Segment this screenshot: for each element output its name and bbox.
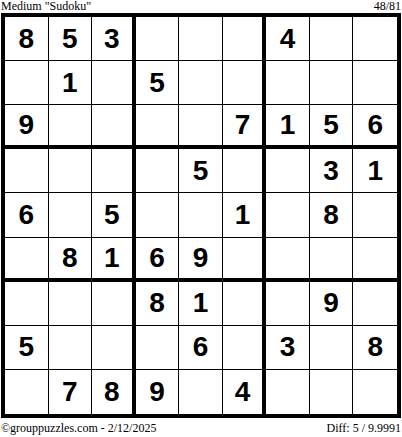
cell-r1c7: 4: [266, 17, 310, 61]
cell-r8c8[interactable]: [310, 326, 354, 370]
cell-r3c2[interactable]: [49, 105, 93, 149]
cell-r7c8: 9: [310, 282, 354, 326]
cell-r6c8[interactable]: [310, 238, 354, 282]
cell-r1c8[interactable]: [310, 17, 354, 61]
cell-r9c4: 9: [136, 370, 180, 414]
cell-r5c1: 6: [5, 193, 49, 237]
cell-r8c5: 6: [179, 326, 223, 370]
cell-r4c7[interactable]: [266, 149, 310, 193]
empty-cell-counter: 48/81: [374, 0, 401, 12]
cell-r2c2: 1: [49, 61, 93, 105]
difficulty-rating: Diff: 5 / 9.9991: [327, 420, 401, 436]
cell-r4c2[interactable]: [49, 149, 93, 193]
cell-r9c6: 4: [223, 370, 267, 414]
footer: ©grouppuzzles.com - 2/12/2025 Diff: 5 / …: [0, 418, 402, 437]
cell-r9c8[interactable]: [310, 370, 354, 414]
cell-r1c9[interactable]: [353, 17, 397, 61]
cell-r2c6[interactable]: [223, 61, 267, 105]
cell-r6c4: 6: [136, 238, 180, 282]
cell-r9c2: 7: [49, 370, 93, 414]
cell-r4c1[interactable]: [5, 149, 49, 193]
cell-r7c5: 1: [179, 282, 223, 326]
cell-r1c5[interactable]: [179, 17, 223, 61]
cell-r9c9[interactable]: [353, 370, 397, 414]
cell-r9c7[interactable]: [266, 370, 310, 414]
cell-r1c2: 5: [49, 17, 93, 61]
cell-r3c9: 6: [353, 105, 397, 149]
cell-r4c3[interactable]: [92, 149, 136, 193]
cell-r2c7[interactable]: [266, 61, 310, 105]
cell-r6c3: 1: [92, 238, 136, 282]
cell-r5c3: 5: [92, 193, 136, 237]
cell-r6c6[interactable]: [223, 238, 267, 282]
cell-r3c1: 9: [5, 105, 49, 149]
cell-r4c8: 3: [310, 149, 354, 193]
cell-r6c5: 9: [179, 238, 223, 282]
sudoku-board: 853415971565316518816981956387894: [1, 13, 401, 418]
cell-r8c3[interactable]: [92, 326, 136, 370]
cell-r4c5: 5: [179, 149, 223, 193]
cell-r5c2[interactable]: [49, 193, 93, 237]
cell-r9c5[interactable]: [179, 370, 223, 414]
cell-r6c9[interactable]: [353, 238, 397, 282]
cell-r9c1[interactable]: [5, 370, 49, 414]
cell-r3c6: 7: [223, 105, 267, 149]
cell-r8c6[interactable]: [223, 326, 267, 370]
copyright-date: ©grouppuzzles.com - 2/12/2025: [1, 420, 156, 436]
cell-r7c6[interactable]: [223, 282, 267, 326]
cell-r6c7[interactable]: [266, 238, 310, 282]
cell-r5c6: 1: [223, 193, 267, 237]
cell-r7c9[interactable]: [353, 282, 397, 326]
cell-r8c9: 8: [353, 326, 397, 370]
cell-r4c9: 1: [353, 149, 397, 193]
cell-r8c1: 5: [5, 326, 49, 370]
cell-r7c4: 8: [136, 282, 180, 326]
cell-r5c8: 8: [310, 193, 354, 237]
cell-r7c1[interactable]: [5, 282, 49, 326]
cell-r8c4[interactable]: [136, 326, 180, 370]
cell-r1c1: 8: [5, 17, 49, 61]
cell-r7c3[interactable]: [92, 282, 136, 326]
cell-r7c7[interactable]: [266, 282, 310, 326]
cell-r5c4[interactable]: [136, 193, 180, 237]
cell-r8c2[interactable]: [49, 326, 93, 370]
cell-r3c3[interactable]: [92, 105, 136, 149]
cell-r1c3: 3: [92, 17, 136, 61]
cell-r1c4[interactable]: [136, 17, 180, 61]
cell-r5c7[interactable]: [266, 193, 310, 237]
cell-r6c1[interactable]: [5, 238, 49, 282]
cell-r2c4: 5: [136, 61, 180, 105]
sudoku-page: Medium "Sudoku" 48/81 853415971565316518…: [0, 0, 402, 437]
cell-r3c7: 1: [266, 105, 310, 149]
header: Medium "Sudoku" 48/81: [0, 0, 402, 13]
cell-r2c3[interactable]: [92, 61, 136, 105]
cell-r5c9[interactable]: [353, 193, 397, 237]
cell-r4c6[interactable]: [223, 149, 267, 193]
cell-r2c9[interactable]: [353, 61, 397, 105]
page-title: Medium "Sudoku": [1, 0, 91, 12]
cell-r8c7: 3: [266, 326, 310, 370]
cell-r2c1[interactable]: [5, 61, 49, 105]
cell-r5c5[interactable]: [179, 193, 223, 237]
cell-r7c2[interactable]: [49, 282, 93, 326]
cell-r3c4[interactable]: [136, 105, 180, 149]
cell-r2c8[interactable]: [310, 61, 354, 105]
cell-r2c5[interactable]: [179, 61, 223, 105]
cell-r3c8: 5: [310, 105, 354, 149]
cell-r9c3: 8: [92, 370, 136, 414]
cell-r6c2: 8: [49, 238, 93, 282]
cell-r1c6[interactable]: [223, 17, 267, 61]
cell-r4c4[interactable]: [136, 149, 180, 193]
cell-r3c5[interactable]: [179, 105, 223, 149]
